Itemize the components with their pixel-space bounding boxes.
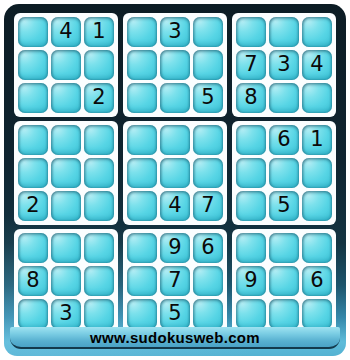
sudoku-cell-r7c6[interactable]: 6 xyxy=(193,233,223,263)
site-url-text: www.sudokusweb.com xyxy=(90,329,260,346)
sudoku-cell-r4c1[interactable] xyxy=(18,125,48,155)
sudoku-cell-r1c6[interactable] xyxy=(193,17,223,47)
sudoku-cell-r4c5[interactable] xyxy=(160,125,190,155)
sudoku-box-r3c2: 9675 xyxy=(123,229,227,333)
sudoku-cell-r5c6[interactable] xyxy=(193,158,223,188)
sudoku-cell-r7c2[interactable] xyxy=(51,233,81,263)
sudoku-cell-r5c3[interactable] xyxy=(84,158,114,188)
sudoku-cell-r8c4[interactable] xyxy=(127,266,157,296)
sudoku-cell-r8c3[interactable] xyxy=(84,266,114,296)
sudoku-cell-r4c7[interactable] xyxy=(236,125,266,155)
sudoku-cell-r5c1[interactable] xyxy=(18,158,48,188)
sudoku-cell-r6c4[interactable] xyxy=(127,191,157,221)
sudoku-cell-r3c8[interactable] xyxy=(269,83,299,113)
sudoku-cell-r3c2[interactable] xyxy=(51,83,81,113)
sudoku-cell-r3c3[interactable]: 2 xyxy=(84,83,114,113)
sudoku-cell-r1c5[interactable]: 3 xyxy=(160,17,190,47)
sudoku-cell-r6c5[interactable]: 4 xyxy=(160,191,190,221)
sudoku-cell-r9c8[interactable] xyxy=(269,299,299,329)
sudoku-cell-r8c9[interactable]: 6 xyxy=(302,266,332,296)
sudoku-cell-r2c2[interactable] xyxy=(51,50,81,80)
sudoku-cell-r1c9[interactable] xyxy=(302,17,332,47)
sudoku-cell-r7c3[interactable] xyxy=(84,233,114,263)
sudoku-cell-r6c9[interactable] xyxy=(302,191,332,221)
sudoku-cell-r4c4[interactable] xyxy=(127,125,157,155)
sudoku-cell-r1c1[interactable] xyxy=(18,17,48,47)
sudoku-cell-r8c1[interactable]: 8 xyxy=(18,266,48,296)
sudoku-cell-r2c8[interactable]: 3 xyxy=(269,50,299,80)
sudoku-cell-r5c4[interactable] xyxy=(127,158,157,188)
sudoku-cell-r7c8[interactable] xyxy=(269,233,299,263)
sudoku-cell-r1c3[interactable]: 1 xyxy=(84,17,114,47)
sudoku-box-r3c3: 96 xyxy=(232,229,336,333)
sudoku-cell-r3c7[interactable]: 8 xyxy=(236,83,266,113)
sudoku-cell-r1c4[interactable] xyxy=(127,17,157,47)
sudoku-cell-r6c2[interactable] xyxy=(51,191,81,221)
sudoku-cell-r4c9[interactable]: 1 xyxy=(302,125,332,155)
sudoku-cell-r6c7[interactable] xyxy=(236,191,266,221)
sudoku-cell-r8c6[interactable] xyxy=(193,266,223,296)
sudoku-cell-r9c1[interactable] xyxy=(18,299,48,329)
sudoku-cell-r6c3[interactable] xyxy=(84,191,114,221)
sudoku-cell-r2c4[interactable] xyxy=(127,50,157,80)
sudoku-cell-r3c4[interactable] xyxy=(127,83,157,113)
sudoku-cell-r4c8[interactable]: 6 xyxy=(269,125,299,155)
sudoku-cell-r8c5[interactable]: 7 xyxy=(160,266,190,296)
sudoku-cell-r4c6[interactable] xyxy=(193,125,223,155)
sudoku-cell-r2c9[interactable]: 4 xyxy=(302,50,332,80)
board-frame: 41235734824761583967596 www.sudokusweb.c… xyxy=(4,4,346,356)
sudoku-cell-r8c7[interactable]: 9 xyxy=(236,266,266,296)
sudoku-box-r1c2: 35 xyxy=(123,13,227,117)
sudoku-cell-r6c8[interactable]: 5 xyxy=(269,191,299,221)
sudoku-cell-r5c5[interactable] xyxy=(160,158,190,188)
sudoku-cell-r9c3[interactable] xyxy=(84,299,114,329)
sudoku-cell-r1c2[interactable]: 4 xyxy=(51,17,81,47)
sudoku-screenshot: { "game": "sudoku", "position": "0410300… xyxy=(0,0,350,360)
sudoku-cell-r8c8[interactable] xyxy=(269,266,299,296)
sudoku-cell-r5c9[interactable] xyxy=(302,158,332,188)
footer-band: www.sudokusweb.com xyxy=(10,327,340,349)
sudoku-cell-r3c6[interactable]: 5 xyxy=(193,83,223,113)
sudoku-box-r1c3: 7348 xyxy=(232,13,336,117)
sudoku-cell-r1c7[interactable] xyxy=(236,17,266,47)
sudoku-cell-r9c7[interactable] xyxy=(236,299,266,329)
sudoku-cell-r2c1[interactable] xyxy=(18,50,48,80)
sudoku-cell-r9c4[interactable] xyxy=(127,299,157,329)
sudoku-box-r3c1: 83 xyxy=(14,229,118,333)
sudoku-cell-r6c6[interactable]: 7 xyxy=(193,191,223,221)
sudoku-cell-r7c5[interactable]: 9 xyxy=(160,233,190,263)
sudoku-cell-r2c3[interactable] xyxy=(84,50,114,80)
sudoku-cell-r3c5[interactable] xyxy=(160,83,190,113)
sudoku-cell-r8c2[interactable] xyxy=(51,266,81,296)
sudoku-box-r2c3: 615 xyxy=(232,121,336,225)
sudoku-cell-r4c3[interactable] xyxy=(84,125,114,155)
sudoku-cell-r2c7[interactable]: 7 xyxy=(236,50,266,80)
sudoku-cell-r4c2[interactable] xyxy=(51,125,81,155)
sudoku-cell-r3c1[interactable] xyxy=(18,83,48,113)
sudoku-cell-r7c7[interactable] xyxy=(236,233,266,263)
sudoku-cell-r3c9[interactable] xyxy=(302,83,332,113)
sudoku-cell-r7c9[interactable] xyxy=(302,233,332,263)
sudoku-cell-r9c6[interactable] xyxy=(193,299,223,329)
sudoku-cell-r9c9[interactable] xyxy=(302,299,332,329)
sudoku-cell-r5c2[interactable] xyxy=(51,158,81,188)
sudoku-cell-r2c5[interactable] xyxy=(160,50,190,80)
sudoku-cell-r1c8[interactable] xyxy=(269,17,299,47)
sudoku-cell-r9c5[interactable]: 5 xyxy=(160,299,190,329)
sudoku-cell-r5c8[interactable] xyxy=(269,158,299,188)
sudoku-cell-r7c4[interactable] xyxy=(127,233,157,263)
sudoku-cell-r2c6[interactable] xyxy=(193,50,223,80)
sudoku-cell-r6c1[interactable]: 2 xyxy=(18,191,48,221)
sudoku-cell-r7c1[interactable] xyxy=(18,233,48,263)
sudoku-box-r2c2: 47 xyxy=(123,121,227,225)
sudoku-cell-r9c2[interactable]: 3 xyxy=(51,299,81,329)
sudoku-cell-r5c7[interactable] xyxy=(236,158,266,188)
sudoku-box-r2c1: 2 xyxy=(14,121,118,225)
sudoku-board: 41235734824761583967596 xyxy=(14,13,336,333)
sudoku-box-r1c1: 412 xyxy=(14,13,118,117)
